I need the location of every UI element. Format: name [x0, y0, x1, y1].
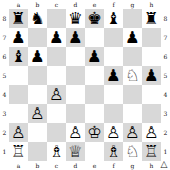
square-c6[interactable]: [47, 47, 66, 66]
rank-label-2: 2: [161, 123, 170, 142]
piece-black-pawn: ♟: [87, 47, 102, 66]
square-d7[interactable]: ♟: [66, 28, 85, 47]
piece-white-king: ♔: [87, 123, 102, 142]
square-e5[interactable]: [85, 66, 104, 85]
piece-black-pawn: ♟: [11, 28, 26, 47]
rank-label-3: 3: [0, 104, 9, 123]
piece-black-rook: ♜: [144, 9, 159, 28]
piece-white-rook: ♖: [144, 142, 159, 161]
file-label-c: c: [47, 161, 66, 170]
rank-label-8: 8: [161, 9, 170, 28]
rank-label-4: 4: [161, 85, 170, 104]
file-label-b: b: [28, 161, 47, 170]
square-g7[interactable]: ♟: [123, 28, 142, 47]
square-d5[interactable]: [66, 66, 85, 85]
square-h3[interactable]: [142, 104, 161, 123]
square-c2[interactable]: [47, 123, 66, 142]
rank-label-7: 7: [161, 28, 170, 47]
piece-black-pawn: ♟: [49, 28, 64, 47]
piece-black-pawn: ♟: [144, 66, 159, 85]
rank-labels-right: 87654321: [161, 9, 170, 161]
square-b7[interactable]: [28, 28, 47, 47]
square-h6[interactable]: [142, 47, 161, 66]
square-c1[interactable]: ♗: [47, 142, 66, 161]
file-labels-bottom: abcdefgh: [9, 161, 161, 170]
rank-label-6: 6: [161, 47, 170, 66]
rank-label-2: 2: [0, 123, 9, 142]
square-h4[interactable]: [142, 85, 161, 104]
square-d3[interactable]: [66, 104, 85, 123]
square-c4[interactable]: ♙: [47, 85, 66, 104]
square-b6[interactable]: ♟: [28, 47, 47, 66]
square-d1[interactable]: ♕: [66, 142, 85, 161]
square-b8[interactable]: ♞: [28, 9, 47, 28]
piece-white-rook: ♖: [11, 142, 26, 161]
square-d4[interactable]: [66, 85, 85, 104]
square-b3[interactable]: ♙: [28, 104, 47, 123]
square-h7[interactable]: [142, 28, 161, 47]
square-f8[interactable]: ♝: [104, 9, 123, 28]
piece-black-pawn: ♟: [106, 66, 121, 85]
square-g2[interactable]: ♙: [123, 123, 142, 142]
square-g6[interactable]: [123, 47, 142, 66]
square-f7[interactable]: [104, 28, 123, 47]
piece-black-queen: ♛: [68, 9, 83, 28]
square-a2[interactable]: ♙: [9, 123, 28, 142]
square-g3[interactable]: [123, 104, 142, 123]
square-g4[interactable]: [123, 85, 142, 104]
square-f2[interactable]: ♙: [104, 123, 123, 142]
piece-black-pawn: ♟: [30, 47, 45, 66]
piece-black-king: ♚: [87, 9, 102, 28]
piece-white-pawn: ♙: [125, 123, 140, 142]
rank-label-6: 6: [0, 47, 9, 66]
square-a6[interactable]: ♝: [9, 47, 28, 66]
file-label-g: g: [123, 161, 142, 170]
piece-black-rook: ♜: [11, 9, 26, 28]
piece-white-bishop: ♗: [106, 142, 121, 161]
piece-white-pawn: ♙: [144, 123, 159, 142]
square-h8[interactable]: ♜: [142, 9, 161, 28]
square-a3[interactable]: [9, 104, 28, 123]
rank-label-3: 3: [161, 104, 170, 123]
square-h2[interactable]: ♙: [142, 123, 161, 142]
white-to-move-indicator: △: [158, 158, 170, 170]
square-a1[interactable]: ♖: [9, 142, 28, 161]
file-label-d: d: [66, 161, 85, 170]
square-e3[interactable]: [85, 104, 104, 123]
square-c7[interactable]: ♟: [47, 28, 66, 47]
piece-white-pawn: ♙: [30, 104, 45, 123]
rank-label-5: 5: [161, 66, 170, 85]
piece-white-bishop: ♗: [49, 142, 64, 161]
square-a7[interactable]: ♟: [9, 28, 28, 47]
chess-board-diagram: abcdefgh 87654321 ♜♞♛♚♝♜♟♟♟♟♝♟♟♟♘♟♙♙♙♙♔♙…: [0, 0, 170, 170]
piece-white-pawn: ♙: [49, 85, 64, 104]
square-h5[interactable]: ♟: [142, 66, 161, 85]
rank-label-1: 1: [0, 142, 9, 161]
square-c3[interactable]: [47, 104, 66, 123]
piece-black-knight: ♞: [30, 9, 45, 28]
square-d6[interactable]: [66, 47, 85, 66]
square-e8[interactable]: ♚: [85, 9, 104, 28]
rank-label-8: 8: [0, 9, 9, 28]
rank-label-4: 4: [0, 85, 9, 104]
file-label-c: c: [47, 0, 66, 9]
square-g5[interactable]: ♘: [123, 66, 142, 85]
square-e6[interactable]: ♟: [85, 47, 104, 66]
square-f6[interactable]: [104, 47, 123, 66]
piece-black-bishop: ♝: [106, 9, 121, 28]
piece-white-pawn: ♙: [11, 123, 26, 142]
square-b5[interactable]: [28, 66, 47, 85]
square-a5[interactable]: [9, 66, 28, 85]
square-f4[interactable]: [104, 85, 123, 104]
square-b2[interactable]: [28, 123, 47, 142]
piece-white-pawn: ♙: [68, 123, 83, 142]
square-b1[interactable]: [28, 142, 47, 161]
square-d2[interactable]: ♙: [66, 123, 85, 142]
file-label-g: g: [123, 0, 142, 9]
square-g8[interactable]: [123, 9, 142, 28]
piece-black-pawn: ♟: [125, 28, 140, 47]
chess-board: ♜♞♛♚♝♜♟♟♟♟♝♟♟♟♘♟♙♙♙♙♔♙♙♙♖♗♕♗♘♖: [9, 9, 161, 161]
rank-labels-left: 87654321: [0, 9, 9, 161]
square-e4[interactable]: [85, 85, 104, 104]
square-e2[interactable]: ♔: [85, 123, 104, 142]
square-b4[interactable]: [28, 85, 47, 104]
square-f3[interactable]: [104, 104, 123, 123]
rank-label-5: 5: [0, 66, 9, 85]
square-g1[interactable]: ♘: [123, 142, 142, 161]
square-a4[interactable]: [9, 85, 28, 104]
piece-white-knight: ♘: [125, 66, 140, 85]
file-label-e: e: [85, 161, 104, 170]
square-e1[interactable]: [85, 142, 104, 161]
rank-label-7: 7: [0, 28, 9, 47]
square-a8[interactable]: ♜: [9, 9, 28, 28]
piece-black-pawn: ♟: [68, 28, 83, 47]
piece-black-bishop: ♝: [11, 47, 26, 66]
file-label-f: f: [104, 161, 123, 170]
square-d8[interactable]: ♛: [66, 9, 85, 28]
square-c5[interactable]: [47, 66, 66, 85]
square-f1[interactable]: ♗: [104, 142, 123, 161]
piece-white-knight: ♘: [125, 142, 140, 161]
square-f5[interactable]: ♟: [104, 66, 123, 85]
piece-white-queen: ♕: [68, 142, 83, 161]
square-e7[interactable]: [85, 28, 104, 47]
square-c8[interactable]: [47, 9, 66, 28]
piece-white-pawn: ♙: [106, 123, 121, 142]
file-label-a: a: [9, 161, 28, 170]
